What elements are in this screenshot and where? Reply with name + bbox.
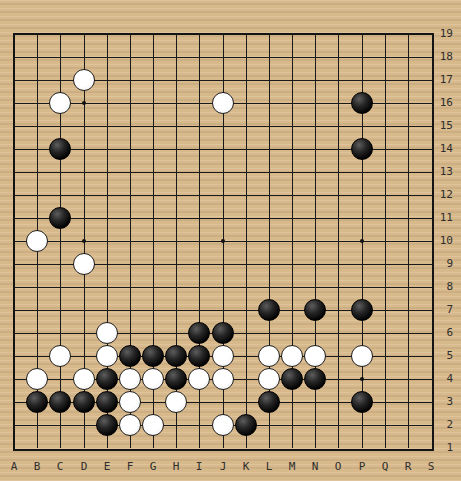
black-stone-K2[interactable] [235,414,257,436]
white-stone-C16[interactable] [49,92,71,114]
black-stone-C11[interactable] [49,207,71,229]
grid-line-vertical [385,34,386,448]
black-stone-H5[interactable] [165,345,187,367]
star-point-D16 [82,101,86,105]
row-label-8: 8 [429,280,453,294]
black-stone-C14[interactable] [49,138,71,160]
row-label-12: 12 [429,188,453,202]
row-label-1: 1 [429,441,453,455]
column-label-L: L [261,460,277,473]
white-stone-I4[interactable] [188,368,210,390]
black-stone-P14[interactable] [351,138,373,160]
column-label-N: N [307,460,323,473]
white-stone-L5[interactable] [258,345,280,367]
white-stone-F4[interactable] [119,368,141,390]
black-stone-J6[interactable] [212,322,234,344]
column-label-E: E [99,460,115,473]
black-stone-M4[interactable] [281,368,303,390]
black-stone-E2[interactable] [96,414,118,436]
column-label-D: D [76,460,92,473]
black-stone-N7[interactable] [304,299,326,321]
row-label-13: 13 [429,165,453,179]
grid-line-horizontal [14,287,432,288]
column-label-G: G [145,460,161,473]
black-stone-C3[interactable] [49,391,71,413]
white-stone-J2[interactable] [212,414,234,436]
white-stone-F3[interactable] [119,391,141,413]
white-stone-B10[interactable] [26,230,48,252]
black-stone-I5[interactable] [188,345,210,367]
black-stone-P3[interactable] [351,391,373,413]
column-label-I: I [191,460,207,473]
white-stone-C5[interactable] [49,345,71,367]
column-label-S: S [423,460,439,473]
white-stone-D9[interactable] [73,253,95,275]
row-label-9: 9 [429,257,453,271]
white-stone-F2[interactable] [119,414,141,436]
black-stone-I6[interactable] [188,322,210,344]
white-stone-P5[interactable] [351,345,373,367]
star-point-J10 [221,239,225,243]
white-stone-J4[interactable] [212,368,234,390]
row-label-18: 18 [429,50,453,64]
column-label-B: B [29,460,45,473]
white-stone-G4[interactable] [142,368,164,390]
row-label-14: 14 [429,142,453,156]
row-label-16: 16 [429,96,453,110]
black-stone-L3[interactable] [258,391,280,413]
column-label-K: K [238,460,254,473]
column-label-F: F [122,460,138,473]
star-point-P4 [360,377,364,381]
black-stone-B3[interactable] [26,391,48,413]
column-label-R: R [400,460,416,473]
white-stone-E6[interactable] [96,322,118,344]
black-stone-N4[interactable] [304,368,326,390]
row-label-5: 5 [429,349,453,363]
column-label-M: M [284,460,300,473]
column-label-C: C [52,460,68,473]
white-stone-H3[interactable] [165,391,187,413]
go-board[interactable]: ABCDEFGHIJKLMNOPQRS 19181716151413121110… [0,0,461,481]
row-label-11: 11 [429,211,453,225]
white-stone-E5[interactable] [96,345,118,367]
column-label-P: P [354,460,370,473]
black-stone-L7[interactable] [258,299,280,321]
star-point-D10 [82,239,86,243]
row-label-6: 6 [429,326,453,340]
row-label-7: 7 [429,303,453,317]
black-stone-P7[interactable] [351,299,373,321]
row-label-19: 19 [429,27,453,41]
row-label-4: 4 [429,372,453,386]
white-stone-J5[interactable] [212,345,234,367]
black-stone-G5[interactable] [142,345,164,367]
row-label-15: 15 [429,119,453,133]
grid-line-vertical [246,34,247,448]
black-stone-H4[interactable] [165,368,187,390]
white-stone-G2[interactable] [142,414,164,436]
white-stone-D4[interactable] [73,368,95,390]
white-stone-N5[interactable] [304,345,326,367]
black-stone-F5[interactable] [119,345,141,367]
row-label-17: 17 [429,73,453,87]
black-stone-E3[interactable] [96,391,118,413]
column-label-A: A [6,460,22,473]
white-stone-B4[interactable] [26,368,48,390]
black-stone-P16[interactable] [351,92,373,114]
grid-line-vertical [338,34,339,448]
column-label-O: O [330,460,346,473]
grid-line-vertical [408,34,409,448]
row-label-3: 3 [429,395,453,409]
column-label-Q: Q [377,460,393,473]
white-stone-M5[interactable] [281,345,303,367]
white-stone-J16[interactable] [212,92,234,114]
black-stone-D3[interactable] [73,391,95,413]
column-label-J: J [215,460,231,473]
column-label-H: H [168,460,184,473]
white-stone-D17[interactable] [73,69,95,91]
row-label-2: 2 [429,418,453,432]
white-stone-L4[interactable] [258,368,280,390]
row-label-10: 10 [429,234,453,248]
star-point-P10 [360,239,364,243]
black-stone-E4[interactable] [96,368,118,390]
